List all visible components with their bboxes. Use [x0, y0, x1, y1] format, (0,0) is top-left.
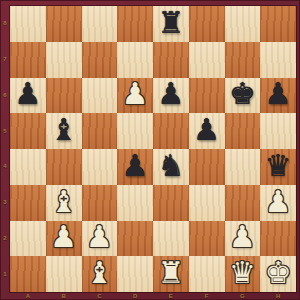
- square-b8[interactable]: [46, 6, 82, 42]
- square-b1[interactable]: [46, 256, 82, 292]
- square-f6[interactable]: [189, 78, 225, 114]
- piece-black-pawn-a6[interactable]: ♟: [14, 79, 41, 109]
- rank-label-8: 8: [0, 20, 10, 26]
- square-e7[interactable]: [153, 42, 189, 78]
- square-g4[interactable]: [225, 149, 261, 185]
- square-a1[interactable]: [10, 256, 46, 292]
- square-h1[interactable]: ♚: [260, 256, 296, 292]
- square-b3[interactable]: ♝: [46, 185, 82, 221]
- file-label-d: D: [117, 292, 153, 300]
- piece-white-pawn-b2[interactable]: ♟: [50, 222, 77, 252]
- file-label-h: H: [260, 292, 296, 300]
- square-b4[interactable]: [46, 149, 82, 185]
- square-a2[interactable]: [10, 221, 46, 257]
- rank-label-7: 7: [0, 56, 10, 62]
- square-c5[interactable]: [82, 113, 118, 149]
- file-label-c: C: [82, 292, 118, 300]
- piece-black-pawn-f5[interactable]: ♟: [193, 115, 220, 145]
- square-h8[interactable]: [260, 6, 296, 42]
- chess-board-diagram: ♜♟♟♟♚♟♝♟♟♞♛♝♟♟♟♟♝♜♛♚ 87654321 ABCDEFGH: [0, 0, 300, 300]
- square-b2[interactable]: ♟: [46, 221, 82, 257]
- file-label-g: G: [225, 292, 261, 300]
- rank-label-5: 5: [0, 128, 10, 134]
- square-d1[interactable]: [117, 256, 153, 292]
- square-h7[interactable]: [260, 42, 296, 78]
- square-a8[interactable]: [10, 6, 46, 42]
- square-f1[interactable]: [189, 256, 225, 292]
- square-f7[interactable]: [189, 42, 225, 78]
- rank-label-2: 2: [0, 235, 10, 241]
- square-e8[interactable]: ♜: [153, 6, 189, 42]
- square-g2[interactable]: ♟: [225, 221, 261, 257]
- square-a3[interactable]: [10, 185, 46, 221]
- rank-label-4: 4: [0, 163, 10, 169]
- square-h6[interactable]: ♟: [260, 78, 296, 114]
- square-g3[interactable]: [225, 185, 261, 221]
- square-a5[interactable]: [10, 113, 46, 149]
- square-g5[interactable]: [225, 113, 261, 149]
- piece-white-bishop-c1[interactable]: ♝: [86, 258, 113, 288]
- piece-black-pawn-e6[interactable]: ♟: [157, 79, 184, 109]
- square-d4[interactable]: ♟: [117, 149, 153, 185]
- piece-black-queen-h4[interactable]: ♛: [265, 151, 292, 181]
- square-e5[interactable]: [153, 113, 189, 149]
- square-f3[interactable]: [189, 185, 225, 221]
- square-g6[interactable]: ♚: [225, 78, 261, 114]
- file-label-f: F: [189, 292, 225, 300]
- square-e1[interactable]: ♜: [153, 256, 189, 292]
- square-d8[interactable]: [117, 6, 153, 42]
- piece-black-bishop-b5[interactable]: ♝: [50, 115, 77, 145]
- square-g8[interactable]: [225, 6, 261, 42]
- square-c8[interactable]: [82, 6, 118, 42]
- square-c7[interactable]: [82, 42, 118, 78]
- piece-black-pawn-d4[interactable]: ♟: [122, 151, 149, 181]
- piece-white-pawn-c2[interactable]: ♟: [86, 222, 113, 252]
- square-d6[interactable]: ♟: [117, 78, 153, 114]
- square-d5[interactable]: [117, 113, 153, 149]
- piece-white-pawn-d6[interactable]: ♟: [122, 79, 149, 109]
- square-c2[interactable]: ♟: [82, 221, 118, 257]
- square-h2[interactable]: [260, 221, 296, 257]
- square-c1[interactable]: ♝: [82, 256, 118, 292]
- square-h3[interactable]: ♟: [260, 185, 296, 221]
- square-g7[interactable]: [225, 42, 261, 78]
- square-e6[interactable]: ♟: [153, 78, 189, 114]
- file-label-e: E: [153, 292, 189, 300]
- piece-white-queen-g1[interactable]: ♛: [229, 258, 256, 288]
- square-f2[interactable]: [189, 221, 225, 257]
- piece-white-bishop-b3[interactable]: ♝: [50, 187, 77, 217]
- square-b7[interactable]: [46, 42, 82, 78]
- square-f4[interactable]: [189, 149, 225, 185]
- square-e2[interactable]: [153, 221, 189, 257]
- square-g1[interactable]: ♛: [225, 256, 261, 292]
- square-c6[interactable]: [82, 78, 118, 114]
- square-a4[interactable]: [10, 149, 46, 185]
- square-c4[interactable]: [82, 149, 118, 185]
- square-h4[interactable]: ♛: [260, 149, 296, 185]
- square-f5[interactable]: ♟: [189, 113, 225, 149]
- piece-black-rook-e8[interactable]: ♜: [157, 8, 184, 38]
- square-d2[interactable]: [117, 221, 153, 257]
- piece-black-knight-e4[interactable]: ♞: [157, 151, 184, 181]
- rank-label-1: 1: [0, 271, 10, 277]
- square-d7[interactable]: [117, 42, 153, 78]
- piece-white-pawn-h3[interactable]: ♟: [265, 187, 292, 217]
- piece-white-king-h1[interactable]: ♚: [265, 258, 292, 288]
- square-b5[interactable]: ♝: [46, 113, 82, 149]
- square-b6[interactable]: [46, 78, 82, 114]
- rank-label-3: 3: [0, 199, 10, 205]
- rank-label-6: 6: [0, 92, 10, 98]
- square-d3[interactable]: [117, 185, 153, 221]
- piece-black-pawn-h6[interactable]: ♟: [265, 79, 292, 109]
- square-e3[interactable]: [153, 185, 189, 221]
- chess-board: ♜♟♟♟♚♟♝♟♟♞♛♝♟♟♟♟♝♜♛♚: [10, 6, 296, 292]
- square-a6[interactable]: ♟: [10, 78, 46, 114]
- file-label-a: A: [10, 292, 46, 300]
- square-c3[interactable]: [82, 185, 118, 221]
- square-e4[interactable]: ♞: [153, 149, 189, 185]
- piece-black-king-g6[interactable]: ♚: [229, 79, 256, 109]
- piece-white-pawn-g2[interactable]: ♟: [229, 222, 256, 252]
- square-h5[interactable]: [260, 113, 296, 149]
- square-a7[interactable]: [10, 42, 46, 78]
- square-f8[interactable]: [189, 6, 225, 42]
- file-label-b: B: [46, 292, 82, 300]
- piece-white-rook-e1[interactable]: ♜: [157, 258, 184, 288]
